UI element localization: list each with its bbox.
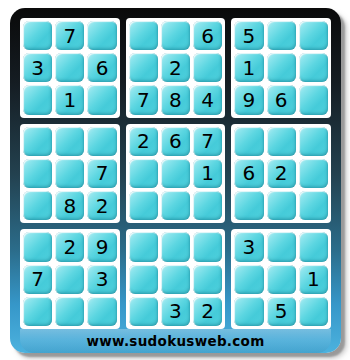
cell-r5c2[interactable] bbox=[55, 159, 84, 188]
cell-r6c2[interactable]: 8 bbox=[55, 191, 84, 220]
site-banner: www.sudokusweb.com bbox=[20, 329, 331, 353]
cell-r1c9[interactable] bbox=[299, 21, 328, 50]
cell-r1c2[interactable]: 7 bbox=[55, 21, 84, 50]
cell-r1c3[interactable] bbox=[87, 21, 116, 50]
cell-r7c4[interactable] bbox=[129, 232, 158, 261]
cell-r6c6[interactable] bbox=[193, 191, 222, 220]
site-url: www.sudokusweb.com bbox=[86, 333, 264, 349]
cell-r6c9[interactable] bbox=[299, 191, 328, 220]
cell-r2c6[interactable] bbox=[193, 53, 222, 82]
cell-r4c5[interactable]: 6 bbox=[161, 127, 190, 156]
cell-r3c1[interactable] bbox=[23, 85, 52, 114]
cell-r6c1[interactable] bbox=[23, 191, 52, 220]
cell-r6c8[interactable] bbox=[267, 191, 296, 220]
cell-r3c8[interactable]: 6 bbox=[267, 85, 296, 114]
cell-r7c3[interactable]: 9 bbox=[87, 232, 116, 261]
cell-r4c8[interactable] bbox=[267, 127, 296, 156]
box-3-2: 32 bbox=[126, 229, 226, 329]
cell-r9c4[interactable] bbox=[129, 297, 158, 326]
cell-r3c3[interactable] bbox=[87, 85, 116, 114]
cell-r8c7[interactable] bbox=[234, 265, 263, 294]
cell-r7c2[interactable]: 2 bbox=[55, 232, 84, 261]
cell-r2c5[interactable]: 2 bbox=[161, 53, 190, 82]
cell-r4c2[interactable] bbox=[55, 127, 84, 156]
cell-r8c3[interactable]: 3 bbox=[87, 265, 116, 294]
cell-r8c8[interactable] bbox=[267, 265, 296, 294]
cell-r9c5[interactable]: 3 bbox=[161, 297, 190, 326]
cell-r2c8[interactable] bbox=[267, 53, 296, 82]
cell-r1c6[interactable]: 6 bbox=[193, 21, 222, 50]
cell-r8c9[interactable]: 1 bbox=[299, 265, 328, 294]
cell-r2c9[interactable] bbox=[299, 53, 328, 82]
cell-r5c7[interactable]: 6 bbox=[234, 159, 263, 188]
cell-r9c1[interactable] bbox=[23, 297, 52, 326]
cell-r9c7[interactable] bbox=[234, 297, 263, 326]
cell-r7c5[interactable] bbox=[161, 232, 190, 261]
cell-r4c7[interactable] bbox=[234, 127, 263, 156]
box-2-3: 62 bbox=[231, 124, 331, 224]
box-2-1: 782 bbox=[20, 124, 120, 224]
cell-r3c6[interactable]: 4 bbox=[193, 85, 222, 114]
cell-r6c3[interactable]: 2 bbox=[87, 191, 116, 220]
cell-r5c3[interactable]: 7 bbox=[87, 159, 116, 188]
cell-r5c1[interactable] bbox=[23, 159, 52, 188]
cell-r7c7[interactable]: 3 bbox=[234, 232, 263, 261]
cell-r5c4[interactable] bbox=[129, 159, 158, 188]
sudoku-grid: 7361627845196782267162297332315 bbox=[20, 18, 331, 329]
box-3-3: 315 bbox=[231, 229, 331, 329]
cell-r6c5[interactable] bbox=[161, 191, 190, 220]
cell-r4c4[interactable]: 2 bbox=[129, 127, 158, 156]
cell-r3c4[interactable]: 7 bbox=[129, 85, 158, 114]
cell-r4c3[interactable] bbox=[87, 127, 116, 156]
cell-r4c9[interactable] bbox=[299, 127, 328, 156]
cell-r7c8[interactable] bbox=[267, 232, 296, 261]
cell-r4c6[interactable]: 7 bbox=[193, 127, 222, 156]
cell-r4c1[interactable] bbox=[23, 127, 52, 156]
cell-r8c4[interactable] bbox=[129, 265, 158, 294]
cell-r2c4[interactable] bbox=[129, 53, 158, 82]
box-2-2: 2671 bbox=[126, 124, 226, 224]
cell-r3c2[interactable]: 1 bbox=[55, 85, 84, 114]
cell-r9c9[interactable] bbox=[299, 297, 328, 326]
box-1-2: 62784 bbox=[126, 18, 226, 118]
cell-r5c9[interactable] bbox=[299, 159, 328, 188]
cell-r3c5[interactable]: 8 bbox=[161, 85, 190, 114]
cell-r2c7[interactable]: 1 bbox=[234, 53, 263, 82]
cell-r5c6[interactable]: 1 bbox=[193, 159, 222, 188]
cell-r6c4[interactable] bbox=[129, 191, 158, 220]
cell-r9c3[interactable] bbox=[87, 297, 116, 326]
cell-r1c5[interactable] bbox=[161, 21, 190, 50]
cell-r9c6[interactable]: 2 bbox=[193, 297, 222, 326]
cell-r8c5[interactable] bbox=[161, 265, 190, 294]
cell-r7c6[interactable] bbox=[193, 232, 222, 261]
cell-r1c1[interactable] bbox=[23, 21, 52, 50]
cell-r9c2[interactable] bbox=[55, 297, 84, 326]
cell-r8c1[interactable]: 7 bbox=[23, 265, 52, 294]
sudoku-board: 7361627845196782267162297332315 www.sudo… bbox=[10, 8, 341, 353]
cell-r2c2[interactable] bbox=[55, 53, 84, 82]
cell-r9c8[interactable]: 5 bbox=[267, 297, 296, 326]
cell-r8c2[interactable] bbox=[55, 265, 84, 294]
cell-r3c9[interactable] bbox=[299, 85, 328, 114]
cell-r1c7[interactable]: 5 bbox=[234, 21, 263, 50]
cell-r5c5[interactable] bbox=[161, 159, 190, 188]
cell-r3c7[interactable]: 9 bbox=[234, 85, 263, 114]
box-1-3: 5196 bbox=[231, 18, 331, 118]
cell-r7c9[interactable] bbox=[299, 232, 328, 261]
cell-r2c1[interactable]: 3 bbox=[23, 53, 52, 82]
box-1-1: 7361 bbox=[20, 18, 120, 118]
cell-r2c3[interactable]: 6 bbox=[87, 53, 116, 82]
cell-r8c6[interactable] bbox=[193, 265, 222, 294]
cell-r1c4[interactable] bbox=[129, 21, 158, 50]
cell-r6c7[interactable] bbox=[234, 191, 263, 220]
cell-r5c8[interactable]: 2 bbox=[267, 159, 296, 188]
cell-r7c1[interactable] bbox=[23, 232, 52, 261]
box-3-1: 2973 bbox=[20, 229, 120, 329]
cell-r1c8[interactable] bbox=[267, 21, 296, 50]
